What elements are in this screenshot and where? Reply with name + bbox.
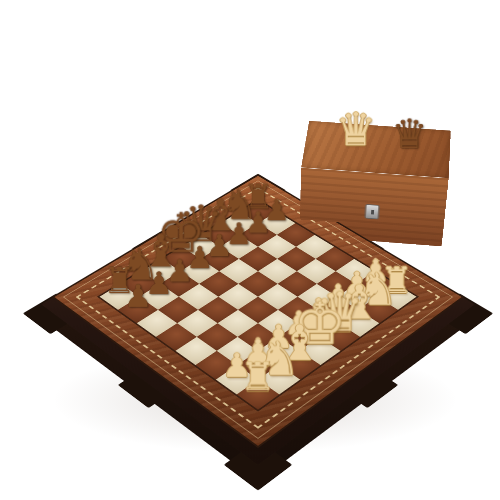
spare-queen-dark-glyph: ♛ (391, 115, 427, 155)
spare-queen-light-glyph: ♛ (335, 106, 376, 152)
chess-set-photo: ♜♟♟♜♞♟♟♞♝♟♟♝♛♟♟♛♚♟♟♚♝♟♟♝♞♟♟♞♜♟♟♜ ♛ ♛ (0, 0, 500, 500)
box-clasp (365, 204, 380, 219)
